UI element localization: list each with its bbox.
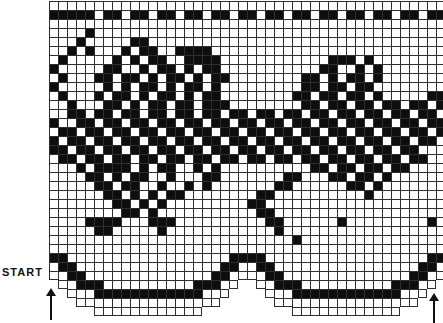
open-cell (67, 91, 76, 100)
open-cell (238, 208, 247, 217)
filled-cell (211, 73, 220, 82)
open-cell (274, 64, 283, 73)
filled-cell (292, 280, 301, 289)
open-cell (238, 262, 247, 271)
open-cell (427, 271, 436, 280)
open-cell (49, 1, 58, 10)
open-cell (112, 226, 121, 235)
filled-cell (310, 154, 319, 163)
open-cell (157, 235, 166, 244)
filled-cell (283, 136, 292, 145)
open-cell (346, 271, 355, 280)
filled-cell (256, 190, 265, 199)
filled-cell (112, 55, 121, 64)
filled-cell (211, 136, 220, 145)
open-cell (391, 208, 400, 217)
open-cell (355, 199, 364, 208)
open-cell (283, 73, 292, 82)
outside-cell (265, 307, 274, 316)
open-cell (112, 181, 121, 190)
open-cell (265, 91, 274, 100)
filled-cell (112, 199, 121, 208)
open-cell (139, 208, 148, 217)
open-cell (211, 208, 220, 217)
open-cell (328, 37, 337, 46)
open-cell (319, 271, 328, 280)
open-cell (229, 28, 238, 37)
open-cell (409, 136, 418, 145)
open-cell (265, 280, 274, 289)
filled-cell (157, 10, 166, 19)
outside-cell (265, 298, 274, 307)
filled-cell (436, 127, 443, 136)
filled-cell (139, 64, 148, 73)
open-cell (175, 145, 184, 154)
open-cell (436, 64, 443, 73)
open-cell (157, 154, 166, 163)
filled-cell (202, 109, 211, 118)
open-cell (67, 217, 76, 226)
open-cell (238, 172, 247, 181)
open-cell (436, 226, 443, 235)
open-cell (220, 244, 229, 253)
filled-cell (166, 217, 175, 226)
open-cell (436, 208, 443, 217)
open-cell (364, 46, 373, 55)
open-cell (157, 172, 166, 181)
open-cell (103, 55, 112, 64)
open-cell (364, 19, 373, 28)
open-cell (301, 37, 310, 46)
outside-cell (247, 289, 256, 298)
open-cell (229, 37, 238, 46)
open-cell (112, 271, 121, 280)
open-cell (148, 280, 157, 289)
filled-cell (166, 154, 175, 163)
filled-cell (301, 82, 310, 91)
open-cell (436, 1, 443, 10)
open-cell (76, 217, 85, 226)
open-cell (175, 199, 184, 208)
open-cell (292, 19, 301, 28)
open-cell (130, 244, 139, 253)
open-cell (355, 208, 364, 217)
filled-cell (130, 172, 139, 181)
open-cell (436, 244, 443, 253)
open-cell (211, 226, 220, 235)
open-cell (328, 235, 337, 244)
open-cell (319, 235, 328, 244)
filled-cell (94, 73, 103, 82)
outside-cell (85, 307, 94, 316)
open-cell (238, 217, 247, 226)
open-cell (130, 253, 139, 262)
filled-cell (166, 289, 175, 298)
filled-cell (184, 10, 193, 19)
open-cell (67, 244, 76, 253)
open-cell (364, 208, 373, 217)
open-cell (409, 181, 418, 190)
open-cell (274, 82, 283, 91)
open-cell (301, 1, 310, 10)
outside-cell (58, 289, 67, 298)
open-cell (121, 55, 130, 64)
open-cell (211, 244, 220, 253)
open-cell (274, 235, 283, 244)
open-cell (265, 181, 274, 190)
filled-cell (130, 55, 139, 64)
filled-cell (67, 46, 76, 55)
open-cell (58, 235, 67, 244)
open-cell (319, 181, 328, 190)
filled-cell (148, 55, 157, 64)
open-cell (148, 244, 157, 253)
open-cell (409, 91, 418, 100)
filled-cell (121, 289, 130, 298)
open-cell (400, 199, 409, 208)
filled-cell (85, 46, 94, 55)
filled-cell (139, 163, 148, 172)
filled-cell (436, 91, 443, 100)
filled-cell (85, 217, 94, 226)
open-cell (364, 73, 373, 82)
filled-cell (328, 145, 337, 154)
open-cell (427, 19, 436, 28)
filled-cell (184, 145, 193, 154)
open-cell (391, 307, 400, 316)
open-cell (436, 109, 443, 118)
filled-cell (139, 46, 148, 55)
open-cell (355, 262, 364, 271)
filled-cell (193, 73, 202, 82)
open-cell (202, 208, 211, 217)
open-cell (139, 226, 148, 235)
open-cell (328, 253, 337, 262)
open-cell (85, 91, 94, 100)
open-cell (202, 235, 211, 244)
open-cell (319, 298, 328, 307)
open-cell (328, 46, 337, 55)
filled-cell (373, 163, 382, 172)
open-cell (238, 73, 247, 82)
crochet-chart-page: START (0, 0, 443, 323)
open-cell (148, 172, 157, 181)
filled-cell (364, 154, 373, 163)
open-cell (427, 82, 436, 91)
open-cell (121, 271, 130, 280)
open-cell (49, 244, 58, 253)
open-cell (103, 91, 112, 100)
open-cell (121, 226, 130, 235)
open-cell (85, 190, 94, 199)
open-cell (328, 28, 337, 37)
open-cell (184, 235, 193, 244)
open-cell (175, 208, 184, 217)
open-cell (319, 253, 328, 262)
open-cell (202, 226, 211, 235)
open-cell (373, 46, 382, 55)
filled-cell (49, 118, 58, 127)
open-cell (364, 181, 373, 190)
open-cell (382, 82, 391, 91)
filled-cell (400, 10, 409, 19)
open-cell (103, 244, 112, 253)
filled-cell (184, 64, 193, 73)
open-cell (364, 298, 373, 307)
filled-cell (256, 127, 265, 136)
open-cell (301, 181, 310, 190)
filled-cell (247, 199, 256, 208)
open-cell (202, 199, 211, 208)
open-cell (58, 37, 67, 46)
open-cell (130, 226, 139, 235)
open-cell (67, 199, 76, 208)
open-cell (58, 118, 67, 127)
open-cell (139, 280, 148, 289)
open-cell (373, 199, 382, 208)
open-cell (292, 64, 301, 73)
open-cell (184, 73, 193, 82)
open-cell (103, 127, 112, 136)
open-cell (319, 28, 328, 37)
open-cell (283, 262, 292, 271)
open-cell (283, 226, 292, 235)
open-cell (112, 235, 121, 244)
open-cell (328, 181, 337, 190)
open-cell (346, 28, 355, 37)
filled-cell (364, 55, 373, 64)
open-cell (292, 226, 301, 235)
open-cell (76, 28, 85, 37)
open-cell (310, 91, 319, 100)
filled-cell (274, 181, 283, 190)
open-cell (391, 271, 400, 280)
filled-cell (256, 199, 265, 208)
open-cell (76, 262, 85, 271)
open-cell (346, 19, 355, 28)
open-cell (283, 37, 292, 46)
open-cell (301, 271, 310, 280)
start-up-arrow-icon (44, 288, 57, 320)
open-cell (355, 280, 364, 289)
filled-cell (328, 64, 337, 73)
filled-cell (139, 118, 148, 127)
open-cell (373, 55, 382, 64)
open-cell (220, 19, 229, 28)
open-cell (301, 253, 310, 262)
filled-cell (130, 190, 139, 199)
open-cell (157, 19, 166, 28)
open-cell (337, 10, 346, 19)
open-cell (220, 163, 229, 172)
open-cell (382, 163, 391, 172)
open-cell (328, 298, 337, 307)
open-cell (283, 289, 292, 298)
filled-cell (391, 100, 400, 109)
open-cell (337, 19, 346, 28)
open-cell (76, 244, 85, 253)
open-cell (229, 55, 238, 64)
open-cell (265, 199, 274, 208)
open-cell (67, 28, 76, 37)
open-cell (184, 199, 193, 208)
open-cell (337, 91, 346, 100)
filled-cell (94, 217, 103, 226)
filled-cell (175, 46, 184, 55)
filled-cell (238, 10, 247, 19)
open-cell (436, 46, 443, 55)
open-cell (400, 55, 409, 64)
open-cell (391, 118, 400, 127)
open-cell (220, 28, 229, 37)
open-cell (301, 64, 310, 73)
open-cell (409, 235, 418, 244)
filled-cell (274, 217, 283, 226)
open-cell (283, 28, 292, 37)
open-cell (67, 181, 76, 190)
filled-cell (220, 262, 229, 271)
open-cell (409, 244, 418, 253)
filled-cell (256, 208, 265, 217)
open-cell (130, 64, 139, 73)
open-cell (67, 190, 76, 199)
filled-cell (157, 64, 166, 73)
open-cell (292, 181, 301, 190)
filled-cell (301, 91, 310, 100)
open-cell (211, 217, 220, 226)
filled-cell (148, 208, 157, 217)
open-cell (283, 271, 292, 280)
open-cell (49, 199, 58, 208)
open-cell (220, 46, 229, 55)
open-cell (418, 46, 427, 55)
filled-cell (112, 145, 121, 154)
open-cell (211, 262, 220, 271)
open-cell (67, 73, 76, 82)
open-cell (112, 19, 121, 28)
open-cell (175, 1, 184, 10)
open-cell (301, 280, 310, 289)
open-cell (418, 10, 427, 19)
open-cell (364, 145, 373, 154)
filled-cell (373, 10, 382, 19)
open-cell (265, 73, 274, 82)
open-cell (67, 280, 76, 289)
filled-cell (157, 199, 166, 208)
filled-cell (121, 199, 130, 208)
open-cell (301, 244, 310, 253)
outside-cell (202, 307, 211, 316)
open-cell (319, 82, 328, 91)
filled-cell (166, 163, 175, 172)
open-cell (292, 307, 301, 316)
filled-cell (229, 253, 238, 262)
open-cell (319, 154, 328, 163)
filled-cell (328, 10, 337, 19)
open-cell (355, 19, 364, 28)
filled-cell (94, 109, 103, 118)
open-cell (382, 73, 391, 82)
open-cell (256, 100, 265, 109)
open-cell (76, 253, 85, 262)
filled-cell (229, 136, 238, 145)
open-cell (310, 64, 319, 73)
open-cell (58, 244, 67, 253)
filled-cell (175, 136, 184, 145)
filled-cell (364, 172, 373, 181)
filled-cell (418, 154, 427, 163)
open-cell (202, 19, 211, 28)
filled-cell (418, 262, 427, 271)
open-cell (193, 136, 202, 145)
filled-cell (310, 100, 319, 109)
filled-cell (256, 136, 265, 145)
filled-cell (373, 181, 382, 190)
filled-cell (310, 289, 319, 298)
filled-cell (382, 154, 391, 163)
filled-cell (130, 73, 139, 82)
open-cell (49, 46, 58, 55)
open-cell (409, 190, 418, 199)
filled-cell (436, 253, 443, 262)
filled-cell (103, 64, 112, 73)
open-cell (157, 262, 166, 271)
open-cell (292, 46, 301, 55)
filled-cell (427, 10, 436, 19)
open-cell (292, 217, 301, 226)
filled-cell (346, 163, 355, 172)
filled-cell (310, 73, 319, 82)
open-cell (130, 28, 139, 37)
open-cell (112, 109, 121, 118)
outside-cell (283, 307, 292, 316)
filled-cell (157, 226, 166, 235)
open-cell (427, 37, 436, 46)
open-cell (67, 1, 76, 10)
filled-cell (391, 289, 400, 298)
open-cell (283, 100, 292, 109)
open-cell (418, 118, 427, 127)
filled-cell (112, 118, 121, 127)
filled-cell (103, 136, 112, 145)
open-cell (256, 1, 265, 10)
filled-cell (238, 253, 247, 262)
filled-cell (202, 181, 211, 190)
filled-cell (346, 91, 355, 100)
filled-cell (112, 100, 121, 109)
open-cell (274, 28, 283, 37)
open-cell (220, 37, 229, 46)
open-cell (49, 208, 58, 217)
open-cell (49, 109, 58, 118)
open-cell (256, 46, 265, 55)
open-cell (319, 226, 328, 235)
open-cell (139, 73, 148, 82)
filled-cell (103, 289, 112, 298)
open-cell (175, 253, 184, 262)
open-cell (229, 280, 238, 289)
open-cell (292, 82, 301, 91)
filled-cell (121, 109, 130, 118)
filled-cell (130, 10, 139, 19)
filled-cell (265, 118, 274, 127)
open-cell (103, 1, 112, 10)
filled-cell (58, 253, 67, 262)
open-cell (310, 226, 319, 235)
filled-cell (292, 145, 301, 154)
filled-cell (211, 82, 220, 91)
filled-cell (436, 100, 443, 109)
